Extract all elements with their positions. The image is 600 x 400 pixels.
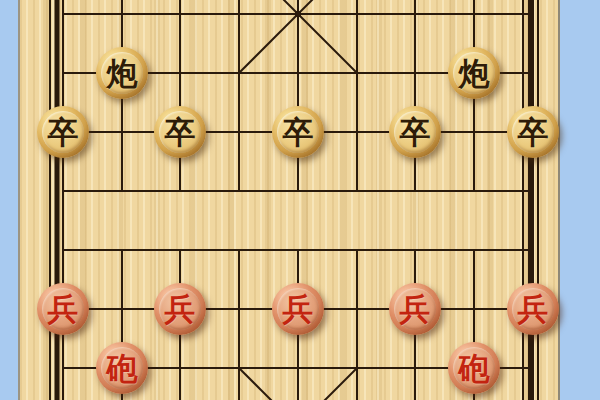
piece-black-soldier[interactable]: 卒 — [507, 106, 559, 158]
piece-glyph: 炮 — [459, 58, 490, 89]
piece-glyph: 砲 — [459, 353, 490, 384]
piece-glyph: 卒 — [283, 117, 314, 148]
piece-black-soldier[interactable]: 卒 — [37, 106, 89, 158]
board-grid-lines — [0, 0, 600, 400]
piece-black-soldier[interactable]: 卒 — [389, 106, 441, 158]
piece-red-cannon[interactable]: 砲 — [96, 342, 148, 394]
piece-glyph: 卒 — [400, 117, 431, 148]
piece-red-soldier[interactable]: 兵 — [154, 283, 206, 335]
piece-glyph: 卒 — [165, 117, 196, 148]
piece-black-cannon[interactable]: 炮 — [448, 47, 500, 99]
piece-glyph: 兵 — [283, 294, 314, 325]
piece-black-cannon[interactable]: 炮 — [96, 47, 148, 99]
piece-red-soldier[interactable]: 兵 — [389, 283, 441, 335]
piece-glyph: 兵 — [48, 294, 79, 325]
piece-red-soldier[interactable]: 兵 — [507, 283, 559, 335]
palace-center-dot — [295, 11, 301, 17]
piece-glyph: 卒 — [48, 117, 79, 148]
piece-glyph: 砲 — [107, 353, 138, 384]
piece-black-soldier[interactable]: 卒 — [154, 106, 206, 158]
piece-glyph: 兵 — [400, 294, 431, 325]
xiangqi-screenshot: 炮炮卒卒卒卒卒兵兵兵兵砲砲兵 — [0, 0, 600, 400]
piece-black-soldier[interactable]: 卒 — [272, 106, 324, 158]
piece-red-soldier[interactable]: 兵 — [272, 283, 324, 335]
piece-red-soldier[interactable]: 兵 — [37, 283, 89, 335]
piece-glyph: 兵 — [518, 294, 549, 325]
piece-red-cannon[interactable]: 砲 — [448, 342, 500, 394]
piece-glyph: 炮 — [107, 58, 138, 89]
piece-glyph: 兵 — [165, 294, 196, 325]
piece-glyph: 卒 — [518, 117, 549, 148]
